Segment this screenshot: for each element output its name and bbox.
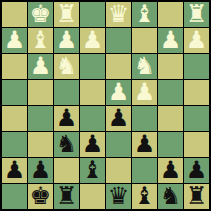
- square-a1[interactable]: ♜: [184, 2, 209, 27]
- square-a6[interactable]: [184, 132, 209, 157]
- white-king-piece: ♚: [30, 2, 52, 27]
- square-d2[interactable]: [106, 28, 131, 53]
- square-a2[interactable]: ♟: [184, 28, 209, 53]
- black-knight-piece: ♞: [56, 132, 78, 157]
- square-f4[interactable]: [54, 80, 79, 105]
- square-g5[interactable]: [28, 106, 53, 131]
- square-a5[interactable]: [184, 106, 209, 131]
- square-c2[interactable]: [132, 28, 157, 53]
- black-pawn-piece: ♟: [186, 158, 208, 183]
- black-rook-piece: ♜: [56, 184, 78, 209]
- white-pawn-piece: ♟: [160, 28, 182, 53]
- square-b6[interactable]: [158, 132, 183, 157]
- square-g6[interactable]: [28, 132, 53, 157]
- white-pawn-piece: ♟: [186, 28, 208, 53]
- square-h1[interactable]: [2, 2, 27, 27]
- square-e7[interactable]: ♝: [80, 158, 105, 183]
- black-pawn-piece: ♟: [82, 132, 104, 157]
- white-pawn-piece: ♟: [4, 28, 26, 53]
- square-f1[interactable]: ♜: [54, 2, 79, 27]
- square-c3[interactable]: ♞: [132, 54, 157, 79]
- black-pawn-piece: ♟: [160, 158, 182, 183]
- black-pawn-piece: ♟: [30, 158, 52, 183]
- black-king-piece: ♚: [30, 184, 52, 209]
- square-e6[interactable]: ♟: [80, 132, 105, 157]
- square-h3[interactable]: [2, 54, 27, 79]
- square-g8[interactable]: ♚: [28, 184, 53, 209]
- white-knight-piece: ♞: [134, 54, 156, 79]
- chess-board: ♚♜♛♝♜♟♝♟♟♟♟♟♞♞♟♟♟♟♞♟♟♟♟♝♟♟♚♜♛♝♞♜: [0, 0, 211, 211]
- square-h6[interactable]: [2, 132, 27, 157]
- square-b7[interactable]: ♟: [158, 158, 183, 183]
- square-c6[interactable]: ♟: [132, 132, 157, 157]
- black-pawn-piece: ♟: [134, 132, 156, 157]
- square-h5[interactable]: [2, 106, 27, 131]
- square-a7[interactable]: ♟: [184, 158, 209, 183]
- square-f6[interactable]: ♞: [54, 132, 79, 157]
- square-g1[interactable]: ♚: [28, 2, 53, 27]
- square-c7[interactable]: [132, 158, 157, 183]
- square-g7[interactable]: ♟: [28, 158, 53, 183]
- square-f7[interactable]: [54, 158, 79, 183]
- black-knight-piece: ♞: [160, 184, 182, 209]
- square-e2[interactable]: ♟: [80, 28, 105, 53]
- square-g2[interactable]: ♝: [28, 28, 53, 53]
- white-pawn-piece: ♟: [82, 28, 104, 53]
- square-d7[interactable]: [106, 158, 131, 183]
- square-f2[interactable]: ♟: [54, 28, 79, 53]
- square-c5[interactable]: [132, 106, 157, 131]
- black-bishop-piece: ♝: [134, 184, 156, 209]
- square-h4[interactable]: [2, 80, 27, 105]
- square-b2[interactable]: ♟: [158, 28, 183, 53]
- square-d8[interactable]: ♛: [106, 184, 131, 209]
- square-f5[interactable]: ♟: [54, 106, 79, 131]
- square-a4[interactable]: [184, 80, 209, 105]
- square-b5[interactable]: [158, 106, 183, 131]
- white-rook-piece: ♜: [186, 2, 208, 27]
- square-h8[interactable]: [2, 184, 27, 209]
- square-f8[interactable]: ♜: [54, 184, 79, 209]
- white-knight-piece: ♞: [56, 54, 78, 79]
- square-b1[interactable]: [158, 2, 183, 27]
- black-queen-piece: ♛: [108, 184, 130, 209]
- square-g3[interactable]: ♟: [28, 54, 53, 79]
- square-d4[interactable]: ♟: [106, 80, 131, 105]
- black-bishop-piece: ♝: [82, 158, 104, 183]
- square-h7[interactable]: ♟: [2, 158, 27, 183]
- black-pawn-piece: ♟: [108, 106, 130, 131]
- square-d1[interactable]: ♛: [106, 2, 131, 27]
- square-b8[interactable]: ♞: [158, 184, 183, 209]
- square-e1[interactable]: [80, 2, 105, 27]
- square-d6[interactable]: [106, 132, 131, 157]
- white-rook-piece: ♜: [56, 2, 78, 27]
- black-rook-piece: ♜: [186, 184, 208, 209]
- white-pawn-piece: ♟: [30, 54, 52, 79]
- black-pawn-piece: ♟: [4, 158, 26, 183]
- white-bishop-piece: ♝: [30, 28, 52, 53]
- square-b3[interactable]: [158, 54, 183, 79]
- square-e5[interactable]: [80, 106, 105, 131]
- square-e3[interactable]: [80, 54, 105, 79]
- white-bishop-piece: ♝: [134, 2, 156, 27]
- square-e8[interactable]: [80, 184, 105, 209]
- square-b4[interactable]: [158, 80, 183, 105]
- square-d5[interactable]: ♟: [106, 106, 131, 131]
- square-c4[interactable]: ♟: [132, 80, 157, 105]
- white-pawn-piece: ♟: [108, 80, 130, 105]
- square-a8[interactable]: ♜: [184, 184, 209, 209]
- square-c1[interactable]: ♝: [132, 2, 157, 27]
- square-d3[interactable]: [106, 54, 131, 79]
- white-queen-piece: ♛: [108, 2, 130, 27]
- square-e4[interactable]: [80, 80, 105, 105]
- square-c8[interactable]: ♝: [132, 184, 157, 209]
- black-pawn-piece: ♟: [56, 106, 78, 131]
- square-a3[interactable]: [184, 54, 209, 79]
- square-f3[interactable]: ♞: [54, 54, 79, 79]
- white-pawn-piece: ♟: [56, 28, 78, 53]
- white-pawn-piece: ♟: [134, 80, 156, 105]
- square-g4[interactable]: [28, 80, 53, 105]
- square-h2[interactable]: ♟: [2, 28, 27, 53]
